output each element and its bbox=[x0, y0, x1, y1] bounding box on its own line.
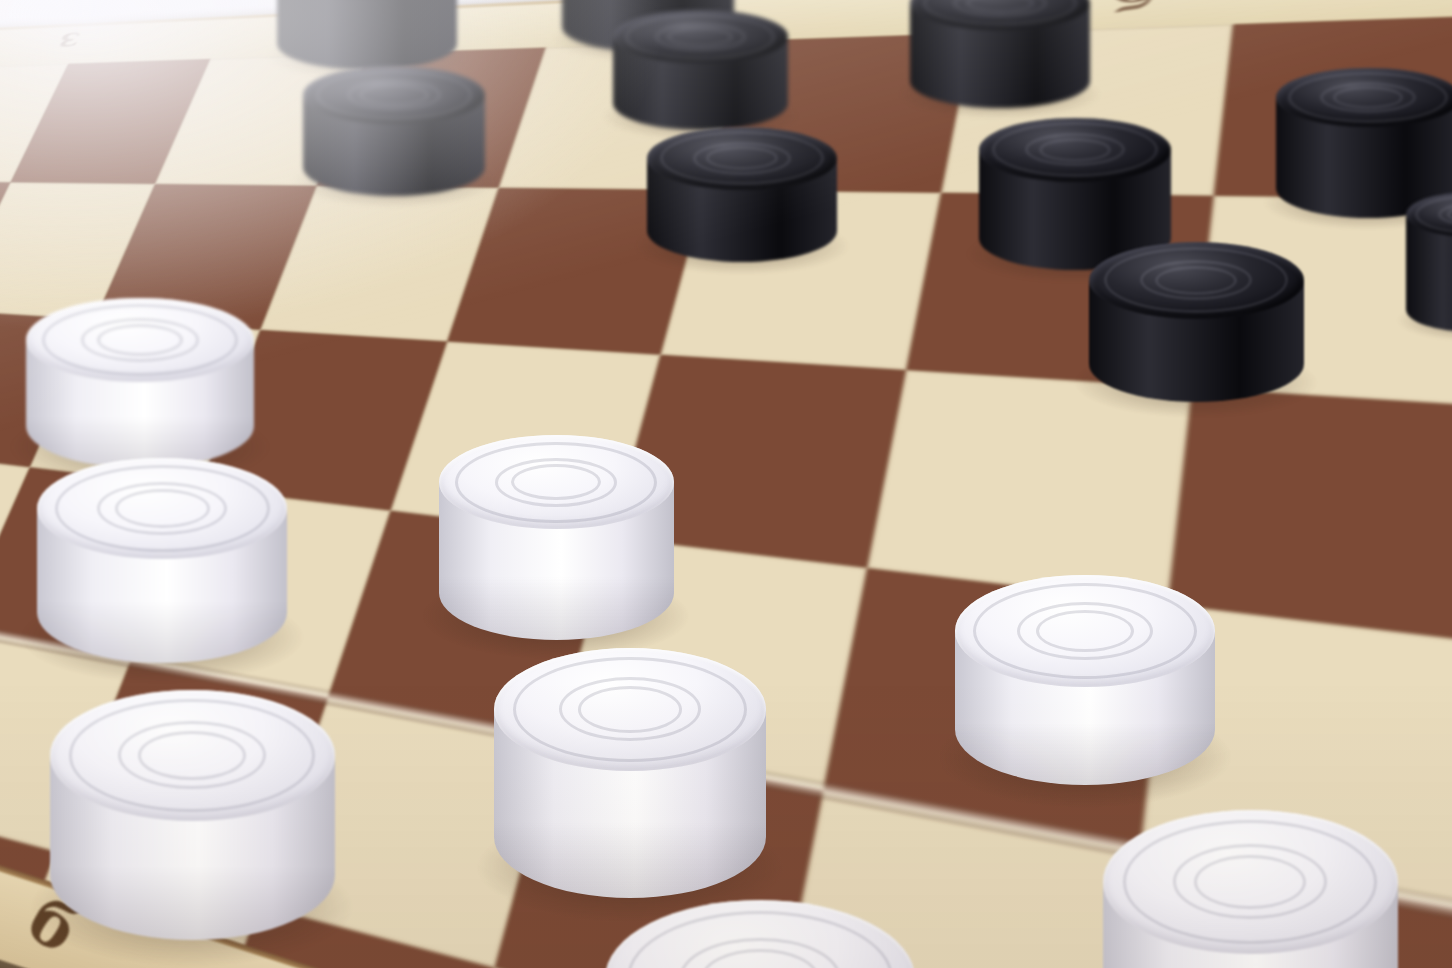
piece-ring-inner bbox=[138, 731, 246, 781]
piece-top-face bbox=[647, 127, 837, 190]
piece-ring-inner bbox=[359, 84, 428, 106]
white-checker-f4[interactable] bbox=[955, 575, 1215, 785]
black-checker-f6[interactable] bbox=[647, 127, 837, 262]
piece-ring-inner bbox=[1039, 138, 1112, 162]
white-checker-f2[interactable] bbox=[1103, 810, 1398, 968]
piece-top-face bbox=[1089, 242, 1304, 319]
white-checker-a5[interactable] bbox=[26, 298, 254, 468]
piece-ring-inner bbox=[1036, 610, 1135, 652]
black-checker-c7[interactable] bbox=[303, 66, 485, 196]
white-checker-e3[interactable] bbox=[494, 648, 766, 898]
piece-ring-inner bbox=[667, 27, 734, 47]
piece-top-face bbox=[955, 575, 1215, 687]
piece-top-face bbox=[26, 298, 254, 382]
piece-ring-inner bbox=[1333, 86, 1403, 109]
black-checker-b8[interactable] bbox=[277, 0, 457, 70]
piece-top-face bbox=[979, 118, 1171, 182]
piece-top-face bbox=[613, 10, 788, 63]
piece-top-face bbox=[303, 66, 485, 124]
piece-top-face bbox=[605, 900, 915, 968]
piece-top-face bbox=[494, 648, 766, 771]
black-checker-f8[interactable] bbox=[910, 0, 1090, 108]
piece-side bbox=[277, 0, 457, 70]
white-checker-d4[interactable] bbox=[439, 435, 674, 640]
piece-ring-inner bbox=[578, 686, 681, 733]
white-checker-b4[interactable] bbox=[37, 458, 287, 663]
piece-ring-inner bbox=[511, 464, 600, 500]
piece-top-face bbox=[37, 458, 287, 559]
piece-ring-inner bbox=[1155, 266, 1237, 295]
white-checker-c3[interactable] bbox=[50, 690, 335, 940]
piece-top-face bbox=[50, 690, 335, 821]
black-checker-e7[interactable] bbox=[613, 10, 788, 130]
piece-ring-inner bbox=[1194, 855, 1306, 910]
white-checker-d2[interactable] bbox=[605, 900, 915, 968]
black-checker-h6[interactable] bbox=[1089, 242, 1304, 402]
piece-top-face bbox=[1103, 810, 1398, 954]
checkers-photo: зб б bbox=[0, 0, 1452, 968]
piece-ring-inner bbox=[97, 324, 184, 356]
piece-ring-inner bbox=[115, 489, 210, 528]
black-checker-h7[interactable] bbox=[1406, 192, 1452, 332]
piece-top-face bbox=[439, 435, 674, 529]
pieces-layer bbox=[0, 0, 1452, 968]
